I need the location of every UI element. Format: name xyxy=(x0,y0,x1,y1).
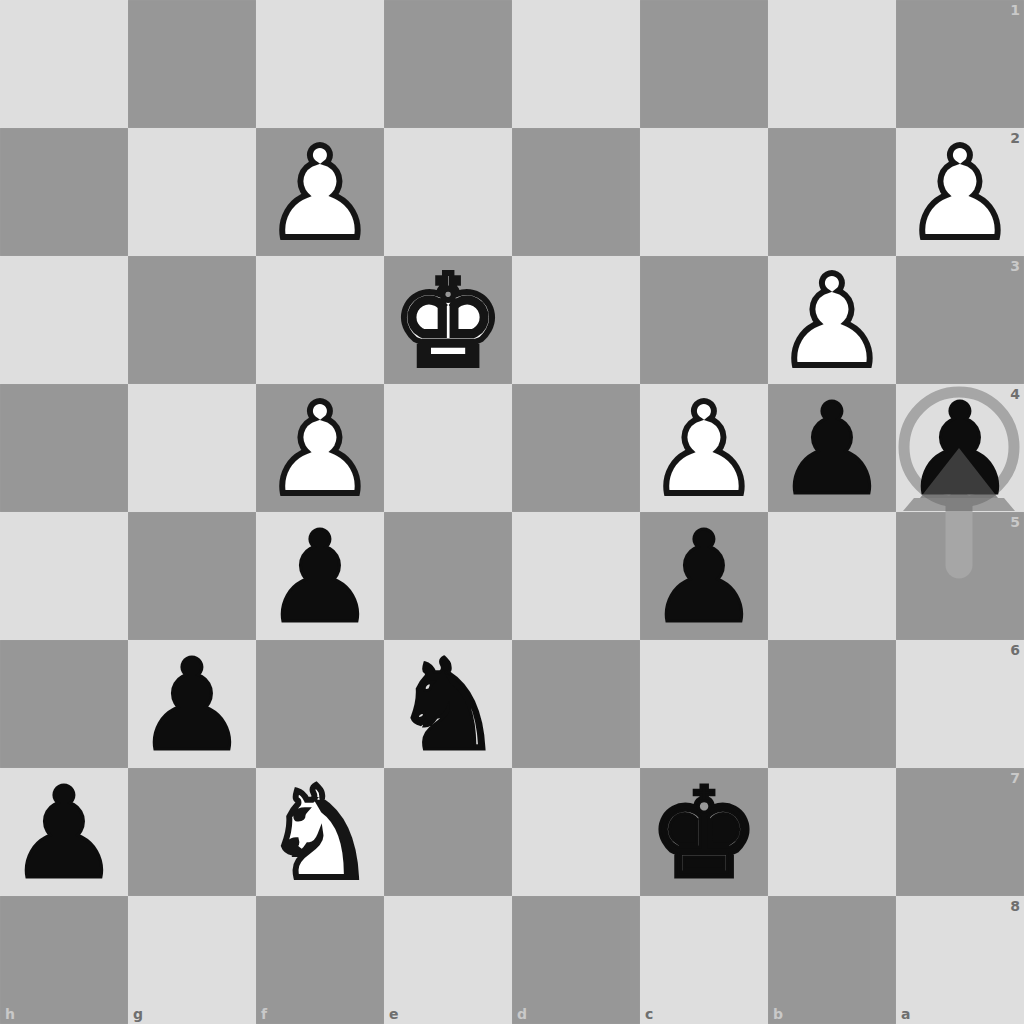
square-b8[interactable]: b xyxy=(768,896,896,1024)
square-f2[interactable]: ♟ xyxy=(256,128,384,256)
piece-white-knight[interactable]: ♞ xyxy=(264,771,377,897)
chess-board: 1♟2♟♚♟3♟♟♟4♟♟♟5♟♞6♟♞♚7hgfedcb8a xyxy=(0,0,1024,1024)
file-label-a: a xyxy=(901,1007,910,1021)
chess-board-wrapper: 1♟2♟♚♟3♟♟♟4♟♟♟5♟♞6♟♞♚7hgfedcb8a xyxy=(0,0,1024,1024)
piece-black-pawn[interactable]: ♟ xyxy=(8,771,121,897)
square-b5[interactable] xyxy=(768,512,896,640)
file-label-d: d xyxy=(517,1007,527,1021)
square-g6[interactable]: ♟ xyxy=(128,640,256,768)
square-e7[interactable] xyxy=(384,768,512,896)
square-c7[interactable]: ♚ xyxy=(640,768,768,896)
square-c2[interactable] xyxy=(640,128,768,256)
square-d2[interactable] xyxy=(512,128,640,256)
square-b7[interactable] xyxy=(768,768,896,896)
piece-black-pawn[interactable]: ♟ xyxy=(136,643,249,769)
square-h8[interactable]: h xyxy=(0,896,128,1024)
square-h3[interactable] xyxy=(0,256,128,384)
square-h2[interactable] xyxy=(0,128,128,256)
square-a3[interactable]: 3 xyxy=(896,256,1024,384)
rank-label-8: 8 xyxy=(1010,899,1020,913)
file-label-b: b xyxy=(773,1007,783,1021)
square-c8[interactable]: c xyxy=(640,896,768,1024)
square-g2[interactable] xyxy=(128,128,256,256)
square-c5[interactable]: ♟ xyxy=(640,512,768,640)
square-d5[interactable] xyxy=(512,512,640,640)
square-d4[interactable] xyxy=(512,384,640,512)
piece-black-pawn[interactable]: ♟ xyxy=(648,515,761,641)
square-a8[interactable]: 8a xyxy=(896,896,1024,1024)
file-label-f: f xyxy=(261,1007,267,1021)
rank-label-3: 3 xyxy=(1010,259,1020,273)
square-d3[interactable] xyxy=(512,256,640,384)
rank-label-1: 1 xyxy=(1010,3,1020,17)
piece-white-pawn[interactable]: ♟ xyxy=(264,131,377,257)
piece-black-king[interactable]: ♚ xyxy=(648,771,761,897)
file-label-e: e xyxy=(389,1007,399,1021)
square-f7[interactable]: ♞ xyxy=(256,768,384,896)
square-e5[interactable] xyxy=(384,512,512,640)
square-a6[interactable]: 6 xyxy=(896,640,1024,768)
square-h1[interactable] xyxy=(0,0,128,128)
square-g7[interactable] xyxy=(128,768,256,896)
square-a4[interactable]: 4♟ xyxy=(896,384,1024,512)
square-d6[interactable] xyxy=(512,640,640,768)
square-b6[interactable] xyxy=(768,640,896,768)
square-a5[interactable]: 5 xyxy=(896,512,1024,640)
piece-black-pawn[interactable]: ♟ xyxy=(904,387,1017,513)
square-c4[interactable]: ♟ xyxy=(640,384,768,512)
square-a7[interactable]: 7 xyxy=(896,768,1024,896)
square-b1[interactable] xyxy=(768,0,896,128)
file-label-h: h xyxy=(5,1007,15,1021)
square-e1[interactable] xyxy=(384,0,512,128)
square-f3[interactable] xyxy=(256,256,384,384)
square-a1[interactable]: 1 xyxy=(896,0,1024,128)
square-g4[interactable] xyxy=(128,384,256,512)
piece-white-pawn[interactable]: ♟ xyxy=(776,259,889,385)
piece-white-pawn[interactable]: ♟ xyxy=(264,387,377,513)
rank-label-7: 7 xyxy=(1010,771,1020,785)
piece-white-pawn[interactable]: ♟ xyxy=(904,131,1017,257)
square-e2[interactable] xyxy=(384,128,512,256)
rank-label-5: 5 xyxy=(1010,515,1020,529)
square-f6[interactable] xyxy=(256,640,384,768)
file-label-c: c xyxy=(645,1007,653,1021)
square-b3[interactable]: ♟ xyxy=(768,256,896,384)
square-h4[interactable] xyxy=(0,384,128,512)
square-f8[interactable]: f xyxy=(256,896,384,1024)
piece-white-king[interactable]: ♚ xyxy=(392,259,505,385)
square-c3[interactable] xyxy=(640,256,768,384)
square-g3[interactable] xyxy=(128,256,256,384)
square-e6[interactable]: ♞ xyxy=(384,640,512,768)
file-label-g: g xyxy=(133,1007,143,1021)
piece-white-pawn[interactable]: ♟ xyxy=(648,387,761,513)
square-h5[interactable] xyxy=(0,512,128,640)
square-e4[interactable] xyxy=(384,384,512,512)
square-e8[interactable]: e xyxy=(384,896,512,1024)
piece-black-pawn[interactable]: ♟ xyxy=(264,515,377,641)
square-g1[interactable] xyxy=(128,0,256,128)
square-d1[interactable] xyxy=(512,0,640,128)
square-f5[interactable]: ♟ xyxy=(256,512,384,640)
piece-black-knight[interactable]: ♞ xyxy=(392,643,505,769)
square-d7[interactable] xyxy=(512,768,640,896)
square-h7[interactable]: ♟ xyxy=(0,768,128,896)
square-b2[interactable] xyxy=(768,128,896,256)
square-c1[interactable] xyxy=(640,0,768,128)
square-c6[interactable] xyxy=(640,640,768,768)
square-f1[interactable] xyxy=(256,0,384,128)
square-g8[interactable]: g xyxy=(128,896,256,1024)
piece-black-pawn[interactable]: ♟ xyxy=(776,387,889,513)
rank-label-6: 6 xyxy=(1010,643,1020,657)
square-g5[interactable] xyxy=(128,512,256,640)
square-f4[interactable]: ♟ xyxy=(256,384,384,512)
square-h6[interactable] xyxy=(0,640,128,768)
square-a2[interactable]: 2♟ xyxy=(896,128,1024,256)
square-b4[interactable]: ♟ xyxy=(768,384,896,512)
square-d8[interactable]: d xyxy=(512,896,640,1024)
square-e3[interactable]: ♚ xyxy=(384,256,512,384)
